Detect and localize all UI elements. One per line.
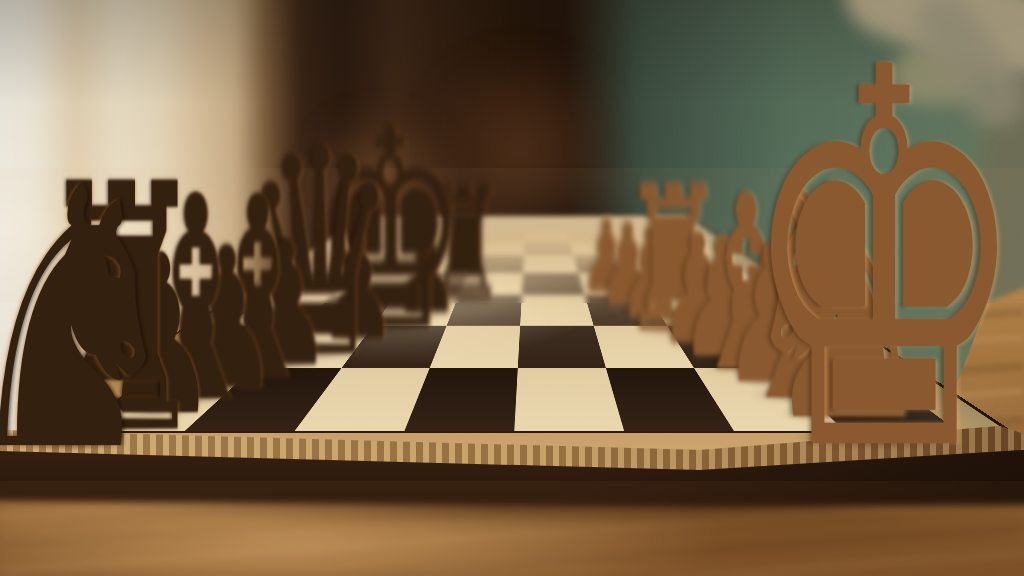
board-square [392,229,445,241]
board-front-edge [0,0,1024,576]
board-square [459,273,523,296]
board-square [185,368,342,431]
light-knight: ♞ [733,144,941,467]
carved-cabinet-blur [420,40,620,260]
board-square [270,273,358,296]
board-square [302,255,377,273]
board-square [520,295,593,325]
dark-pawn: ♟ [395,210,458,331]
piece-shadow [681,348,756,358]
light-king: ♚ [739,3,1024,524]
board-square [782,368,954,431]
piece-shadow [624,321,715,333]
board-square [475,241,525,255]
board-square [667,326,782,368]
pieces-layer: ♞♜♟♝♟♝♟♛♟♚♟♜♚♞♝♟♝♟♟♜♟♟♟ [0,0,1024,576]
plant-branch-blur [832,0,1024,97]
piece-shadow [128,387,256,405]
piece-shadow [598,300,649,307]
board-square [373,295,459,325]
board-square [396,273,468,296]
dark-pawn: ♟ [176,222,278,418]
dark-king: ♚ [314,93,468,369]
board-square [342,326,447,368]
board-square [333,273,413,296]
piece-shadow [618,311,675,319]
piece-shadow [324,314,449,331]
table-surface [0,0,1024,576]
board-square [405,220,452,230]
board-square [357,255,425,273]
board-square [166,326,300,368]
dark-pawn: ♟ [241,218,331,392]
light-pawn: ♟ [658,214,737,365]
cabinet-shadow-blur [250,270,670,440]
board-square [658,241,721,255]
board-square [637,220,687,230]
dark-bishop: ♝ [130,160,262,442]
piece-shadow [0,431,149,453]
piece-shadow [733,386,861,404]
board-square [606,368,734,431]
board-drop-shadow [0,498,1024,544]
board-square [563,220,606,230]
room-backdrop [0,0,1024,576]
light-pawn: ♟ [618,211,683,337]
chess-board [0,216,1024,472]
dark-queen: ♛ [242,110,397,398]
piece-shadow [178,379,267,391]
backdrop-shading [0,0,1024,576]
carved-cabinet-blur [290,110,470,280]
piece-shadow [762,421,998,453]
board-square [523,255,578,273]
board-square [522,273,585,296]
light-bishop: ♝ [690,163,803,406]
board-square [426,241,481,255]
board-square [578,273,648,296]
board-square [594,326,694,368]
board-perspective-scene [0,0,1024,576]
piece-shadow [659,335,728,344]
board-square [566,229,614,241]
board-square [524,241,573,255]
piece-shadow [106,403,206,417]
board-square [741,326,870,368]
dark-pawn: ♟ [103,226,218,447]
board-square [606,229,658,241]
board-square [300,295,396,325]
piece-shadow [687,358,797,373]
board-carved-border [0,0,1024,576]
piece-shadow [395,307,450,315]
board-square [613,241,671,255]
board-square [689,273,774,296]
depth-of-field-blur-near [0,481,1024,576]
board-square [348,229,405,241]
depth-of-field-blur-far [0,168,1024,303]
board-square [694,368,844,431]
light-bishop: ♝ [735,158,867,442]
board-square [646,229,702,241]
light-pawn: ♟ [679,216,765,381]
piece-shadow [426,291,496,301]
piece-shadow [197,365,311,381]
dark-rook: ♜ [424,167,505,322]
plant-branch-blur [902,0,1024,139]
dark-pawn: ♟ [319,214,395,361]
board-square [569,241,622,255]
dark-rook: ♜ [34,140,211,480]
board-square [445,220,489,230]
board-square [711,295,814,325]
board-square [75,368,254,431]
board-square [468,255,524,273]
board-square [254,326,374,368]
piece-shadow [725,374,812,386]
dark-bishop: ♝ [199,164,316,415]
board-square [600,220,646,230]
board-square [365,220,416,230]
board-square [622,255,688,273]
plant-leaf-blur [893,48,977,104]
light-pawn: ♟ [599,209,658,322]
board-square [573,255,633,273]
light-pawn: ♟ [722,219,822,411]
board-square [447,295,522,325]
board-square [328,241,393,255]
piece-shadow [580,289,626,295]
chess-photo-stage: ♞♜♟♝♟♝♟♛♟♚♟♜♚♞♝♟♝♟♟♜♟♟♟ [0,0,1024,576]
board-square [485,220,526,230]
piece-shadow [760,403,906,423]
board-distance-haze [0,216,1024,472]
dark-knight: ♞ [0,142,188,501]
board-square [436,229,485,241]
board-square [518,326,606,368]
board-square [648,295,741,325]
piece-shadow [243,357,322,368]
board-square [525,229,569,241]
piece-shadow [250,341,380,359]
board-grid [68,219,960,433]
board-square [671,255,744,273]
board-square [377,241,437,255]
vignette-overlay [0,0,1024,576]
piece-shadow [41,413,195,434]
board-square [481,229,526,241]
light-rook: ♜ [621,160,725,360]
piece-shadow [320,332,387,341]
table-wood-grain [0,0,1024,576]
carved-cabinet-blur [470,190,690,380]
plant-branch-blur [955,67,1024,364]
board-square [404,368,517,431]
light-pawn: ♟ [581,207,634,309]
board-square [526,220,566,230]
board-square [430,326,520,368]
board-square [413,255,475,273]
board-square [226,295,332,325]
board-square [585,295,667,325]
board-square [295,368,430,431]
board-square [634,273,711,296]
board-square [514,368,624,431]
